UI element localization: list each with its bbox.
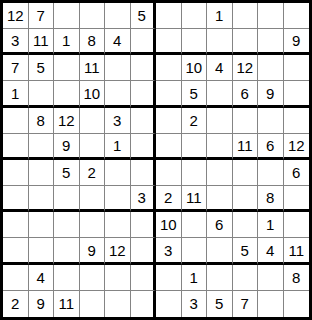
given-digit: 11 — [84, 60, 100, 75]
given-digit: 12 — [109, 243, 126, 258]
cell-r12c1[interactable]: 2 — [3, 291, 29, 317]
cell-r9c9[interactable]: 6 — [207, 212, 233, 238]
cell-r11c9[interactable] — [207, 265, 233, 291]
cell-r11c6[interactable] — [131, 265, 157, 291]
cell-r2c2[interactable]: 11 — [29, 29, 55, 55]
cell-r4c9[interactable] — [207, 81, 233, 107]
cell-r6c4[interactable] — [80, 134, 106, 160]
cell-r4c1[interactable]: 1 — [3, 81, 29, 107]
cell-r4c2[interactable] — [29, 81, 55, 107]
cell-r7c1[interactable] — [3, 160, 29, 186]
given-digit: 1 — [113, 138, 121, 153]
cell-r9c12[interactable] — [284, 212, 310, 238]
cell-r12c11[interactable] — [258, 291, 284, 317]
cell-r7c9[interactable] — [207, 160, 233, 186]
given-digit: 2 — [11, 296, 19, 311]
cell-r11c5[interactable] — [105, 265, 131, 291]
given-digit: 3 — [138, 190, 146, 205]
given-digit: 12 — [58, 113, 75, 128]
given-digit: 5 — [241, 243, 249, 258]
cell-r5c7[interactable] — [156, 108, 182, 134]
cell-r9c2[interactable] — [29, 212, 55, 238]
cell-r5c12[interactable] — [284, 108, 310, 134]
cell-r12c10[interactable]: 7 — [233, 291, 259, 317]
cell-r9c3[interactable] — [54, 212, 80, 238]
cell-r6c3[interactable]: 9 — [54, 134, 80, 160]
cell-r7c10[interactable] — [233, 160, 259, 186]
given-digit: 1 — [11, 86, 19, 101]
cell-r3c1[interactable]: 7 — [3, 55, 29, 81]
cell-r7c2[interactable] — [29, 160, 55, 186]
cell-r1c5[interactable] — [105, 3, 131, 29]
cell-r11c10[interactable] — [233, 265, 259, 291]
cell-r12c6[interactable] — [131, 291, 157, 317]
cell-r12c2[interactable]: 9 — [29, 291, 55, 317]
cell-r1c6[interactable]: 5 — [131, 3, 157, 29]
cell-r3c7[interactable] — [156, 55, 182, 81]
cell-r7c12[interactable]: 6 — [284, 160, 310, 186]
cell-r9c4[interactable] — [80, 212, 106, 238]
cell-r8c10[interactable] — [233, 186, 259, 212]
given-digit: 10 — [185, 60, 202, 75]
given-digit: 12 — [236, 60, 253, 75]
cell-r10c9[interactable] — [207, 238, 233, 264]
cell-r8c5[interactable] — [105, 186, 131, 212]
cell-r1c3[interactable] — [54, 3, 80, 29]
cell-r7c8[interactable] — [182, 160, 208, 186]
cell-r1c11[interactable] — [258, 3, 284, 29]
cell-r5c5[interactable]: 3 — [105, 108, 131, 134]
cell-r4c4[interactable]: 10 — [80, 81, 106, 107]
given-digit: 9 — [292, 33, 300, 48]
sudoku-board: 1275131118497511104121105698123291116125… — [0, 0, 312, 320]
cell-r12c5[interactable] — [105, 291, 131, 317]
given-digit: 8 — [88, 33, 96, 48]
cell-r5c2[interactable]: 8 — [29, 108, 55, 134]
cell-r7c11[interactable] — [258, 160, 284, 186]
given-digit: 1 — [266, 217, 274, 232]
given-digit: 4 — [215, 60, 223, 75]
cell-r2c9[interactable] — [207, 29, 233, 55]
cell-r1c10[interactable] — [233, 3, 259, 29]
given-digit: 11 — [33, 33, 49, 48]
given-digit: 5 — [62, 165, 70, 180]
cell-r5c1[interactable] — [3, 108, 29, 134]
cell-r7c7[interactable] — [156, 160, 182, 186]
cell-r4c11[interactable]: 9 — [258, 81, 284, 107]
given-digit: 6 — [215, 217, 223, 232]
cell-r11c12[interactable]: 8 — [284, 265, 310, 291]
given-digit: 4 — [113, 33, 121, 48]
cell-r4c6[interactable] — [131, 81, 157, 107]
given-digit: 9 — [266, 86, 274, 101]
cell-r1c4[interactable] — [80, 3, 106, 29]
cell-r1c9[interactable]: 1 — [207, 3, 233, 29]
cell-r10c3[interactable] — [54, 238, 80, 264]
cell-r8c1[interactable] — [3, 186, 29, 212]
cell-r6c12[interactable]: 12 — [284, 134, 310, 160]
given-digit: 2 — [88, 165, 96, 180]
cell-r3c8[interactable]: 10 — [182, 55, 208, 81]
cell-r10c8[interactable] — [182, 238, 208, 264]
cell-r6c5[interactable]: 1 — [105, 134, 131, 160]
given-digit: 8 — [37, 113, 45, 128]
cell-r4c12[interactable] — [284, 81, 310, 107]
cell-r12c3[interactable]: 11 — [54, 291, 80, 317]
given-digit: 8 — [292, 270, 300, 285]
cell-r12c9[interactable]: 5 — [207, 291, 233, 317]
cell-r9c7[interactable]: 10 — [156, 212, 182, 238]
cell-r3c5[interactable] — [105, 55, 131, 81]
cell-r1c7[interactable] — [156, 3, 182, 29]
cell-r11c2[interactable]: 4 — [29, 265, 55, 291]
given-digit: 3 — [190, 296, 198, 311]
given-digit: 12 — [7, 8, 24, 23]
cell-r8c9[interactable] — [207, 186, 233, 212]
given-digit: 7 — [11, 60, 19, 75]
cell-r4c5[interactable] — [105, 81, 131, 107]
cell-r10c5[interactable]: 12 — [105, 238, 131, 264]
given-digit: 10 — [160, 217, 177, 232]
given-digit: 2 — [164, 190, 172, 205]
cell-r5c8[interactable]: 2 — [182, 108, 208, 134]
cell-r1c8[interactable] — [182, 3, 208, 29]
cell-r4c10[interactable]: 6 — [233, 81, 259, 107]
cell-r3c2[interactable]: 5 — [29, 55, 55, 81]
cell-r5c11[interactable] — [258, 108, 284, 134]
given-digit: 3 — [164, 243, 172, 258]
given-digit: 5 — [215, 296, 223, 311]
cell-r12c8[interactable]: 3 — [182, 291, 208, 317]
cell-r8c12[interactable] — [284, 186, 310, 212]
given-digit: 9 — [88, 243, 96, 258]
cell-r8c3[interactable] — [54, 186, 80, 212]
cell-r3c9[interactable]: 4 — [207, 55, 233, 81]
cell-r8c7[interactable]: 2 — [156, 186, 182, 212]
cell-r6c11[interactable]: 6 — [258, 134, 284, 160]
given-digit: 10 — [83, 86, 100, 101]
cell-r11c1[interactable] — [3, 265, 29, 291]
cell-r12c7[interactable] — [156, 291, 182, 317]
given-digit: 6 — [266, 138, 274, 153]
cell-r10c4[interactable]: 9 — [80, 238, 106, 264]
cell-r5c3[interactable]: 12 — [54, 108, 80, 134]
given-digit: 5 — [138, 8, 146, 23]
cell-r10c1[interactable] — [3, 238, 29, 264]
cell-r4c8[interactable]: 5 — [182, 81, 208, 107]
cell-r9c6[interactable] — [131, 212, 157, 238]
cell-r7c4[interactable]: 2 — [80, 160, 106, 186]
given-digit: 9 — [62, 138, 70, 153]
given-digit: 5 — [37, 60, 45, 75]
given-digit: 1 — [62, 33, 70, 48]
cell-r7c6[interactable] — [131, 160, 157, 186]
cell-r11c11[interactable] — [258, 265, 284, 291]
cell-r10c10[interactable]: 5 — [233, 238, 259, 264]
given-digit: 1 — [190, 270, 198, 285]
cell-r2c11[interactable] — [258, 29, 284, 55]
cell-r2c4[interactable]: 8 — [80, 29, 106, 55]
cell-r8c6[interactable]: 3 — [131, 186, 157, 212]
cell-r2c3[interactable]: 1 — [54, 29, 80, 55]
given-digit: 6 — [292, 165, 300, 180]
cell-r6c7[interactable] — [156, 134, 182, 160]
cell-r12c4[interactable] — [80, 291, 106, 317]
cell-r5c10[interactable] — [233, 108, 259, 134]
cell-r1c2[interactable]: 7 — [29, 3, 55, 29]
given-digit: 3 — [113, 113, 121, 128]
cell-r1c1[interactable]: 12 — [3, 3, 29, 29]
given-digit: 4 — [37, 270, 45, 285]
cell-r10c6[interactable] — [131, 238, 157, 264]
cell-r2c1[interactable]: 3 — [3, 29, 29, 55]
cell-r10c12[interactable]: 11 — [284, 238, 310, 264]
cell-r2c7[interactable] — [156, 29, 182, 55]
given-digit: 6 — [241, 86, 249, 101]
cell-r3c12[interactable] — [284, 55, 310, 81]
given-digit: 5 — [190, 86, 198, 101]
cell-r2c8[interactable] — [182, 29, 208, 55]
cell-r2c12[interactable]: 9 — [284, 29, 310, 55]
given-digit: 7 — [37, 8, 45, 23]
cell-r9c1[interactable] — [3, 212, 29, 238]
cell-r9c8[interactable] — [182, 212, 208, 238]
cell-r3c4[interactable]: 11 — [80, 55, 106, 81]
cell-r3c10[interactable]: 12 — [233, 55, 259, 81]
given-digit: 9 — [37, 296, 45, 311]
cell-r4c3[interactable] — [54, 81, 80, 107]
cell-r7c3[interactable]: 5 — [54, 160, 80, 186]
cell-r6c8[interactable] — [182, 134, 208, 160]
given-digit: 11 — [288, 243, 304, 258]
cell-r9c5[interactable] — [105, 212, 131, 238]
given-digit: 2 — [190, 113, 198, 128]
cell-r2c10[interactable] — [233, 29, 259, 55]
cell-r10c11[interactable]: 4 — [258, 238, 284, 264]
cell-r11c4[interactable] — [80, 265, 106, 291]
cell-r11c3[interactable] — [54, 265, 80, 291]
given-digit: 11 — [58, 296, 74, 311]
cell-r9c10[interactable] — [233, 212, 259, 238]
given-digit: 1 — [215, 8, 223, 23]
cell-r6c9[interactable] — [207, 134, 233, 160]
cell-r8c8[interactable]: 11 — [182, 186, 208, 212]
cell-r2c5[interactable]: 4 — [105, 29, 131, 55]
cell-r8c4[interactable] — [80, 186, 106, 212]
cell-r10c2[interactable] — [29, 238, 55, 264]
given-digit: 8 — [266, 190, 274, 205]
cell-r8c2[interactable] — [29, 186, 55, 212]
cell-r3c3[interactable] — [54, 55, 80, 81]
cell-r10c7[interactable]: 3 — [156, 238, 182, 264]
cell-r6c2[interactable] — [29, 134, 55, 160]
given-digit: 4 — [266, 243, 274, 258]
given-digit: 12 — [288, 138, 305, 153]
cell-r2c6[interactable] — [131, 29, 157, 55]
given-digit: 3 — [11, 33, 19, 48]
cell-r6c10[interactable]: 11 — [233, 134, 259, 160]
cell-r11c8[interactable]: 1 — [182, 265, 208, 291]
given-digit: 7 — [241, 296, 249, 311]
cell-r7c5[interactable] — [105, 160, 131, 186]
cell-r3c11[interactable] — [258, 55, 284, 81]
cell-r9c11[interactable]: 1 — [258, 212, 284, 238]
cell-r4c7[interactable] — [156, 81, 182, 107]
cell-r8c11[interactable]: 8 — [258, 186, 284, 212]
given-digit: 11 — [237, 138, 253, 153]
cell-r11c7[interactable] — [156, 265, 182, 291]
cell-r5c9[interactable] — [207, 108, 233, 134]
cell-r6c6[interactable] — [131, 134, 157, 160]
cell-r5c4[interactable] — [80, 108, 106, 134]
cell-r12c12[interactable] — [284, 291, 310, 317]
cell-r3c6[interactable] — [131, 55, 157, 81]
cell-r6c1[interactable] — [3, 134, 29, 160]
cell-r1c12[interactable] — [284, 3, 310, 29]
given-digit: 11 — [186, 190, 202, 205]
cell-r5c6[interactable] — [131, 108, 157, 134]
